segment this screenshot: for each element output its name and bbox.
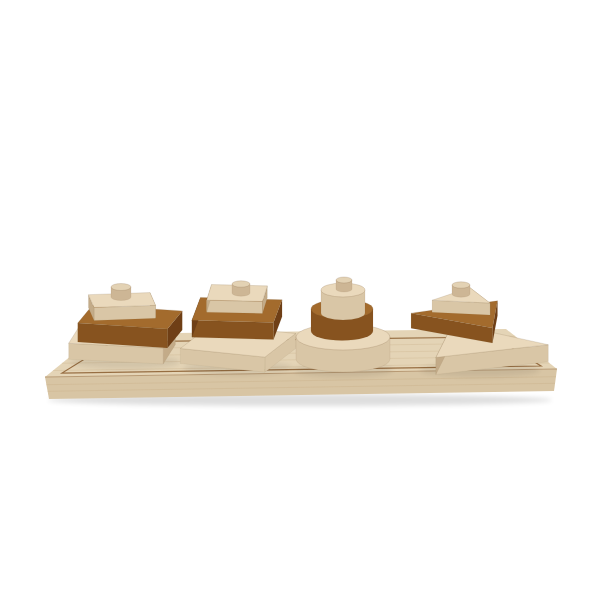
stack-circles — [296, 277, 390, 372]
stack-squares — [180, 281, 295, 372]
photo-stage — [0, 0, 600, 600]
peg-knob-triangles — [452, 282, 470, 297]
stack-rectangles — [69, 284, 183, 364]
peg-knob-squares — [232, 281, 250, 296]
peg-knob-rectangles — [111, 284, 131, 301]
peg-knob-circles — [336, 277, 352, 292]
stacking-toy-photo — [0, 0, 600, 600]
